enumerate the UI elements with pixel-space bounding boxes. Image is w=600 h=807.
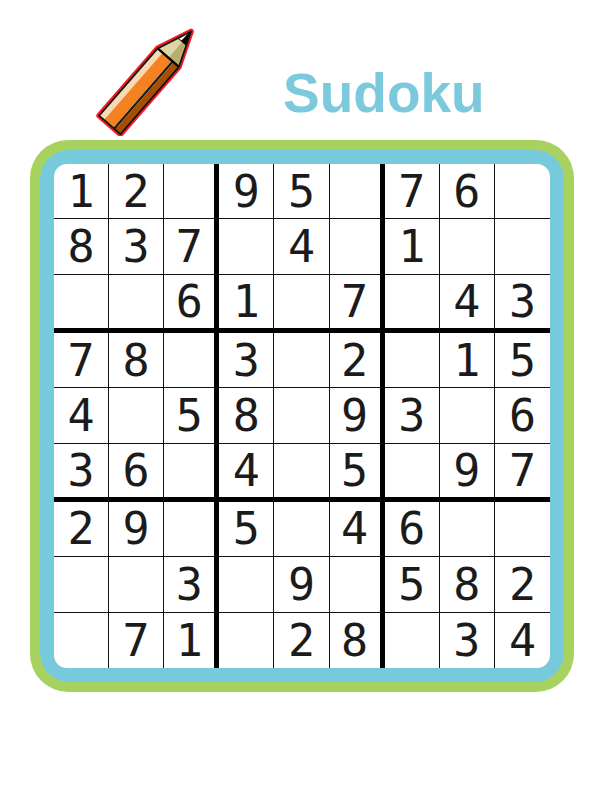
cell-r1c6[interactable]	[330, 164, 385, 219]
cell-r4c2[interactable]: 8	[109, 333, 164, 388]
cell-r7c9[interactable]	[495, 502, 550, 557]
cell-r2c6[interactable]	[330, 219, 385, 274]
cell-r3c9[interactable]: 3	[495, 275, 550, 333]
cell-r6c6[interactable]: 5	[330, 444, 385, 502]
cell-r4c5[interactable]	[274, 333, 329, 388]
cell-r3c8[interactable]: 4	[440, 275, 495, 333]
sudoku-board-frame: 1295768374161743783215458936364597295463…	[30, 140, 574, 692]
cell-r1c5[interactable]: 5	[274, 164, 329, 219]
cell-r5c8[interactable]	[440, 388, 495, 443]
cell-r1c9[interactable]	[495, 164, 550, 219]
cell-r2c3[interactable]: 7	[164, 219, 219, 274]
cell-r1c7[interactable]: 7	[385, 164, 440, 219]
cell-r7c8[interactable]	[440, 502, 495, 557]
cell-r5c2[interactable]	[109, 388, 164, 443]
cell-r9c3[interactable]: 1	[164, 613, 219, 668]
cell-r2c1[interactable]: 8	[54, 219, 109, 274]
cell-r8c4[interactable]	[219, 557, 274, 612]
cell-r5c4[interactable]: 8	[219, 388, 274, 443]
cell-r3c6[interactable]: 7	[330, 275, 385, 333]
cell-r8c3[interactable]: 3	[164, 557, 219, 612]
cell-r7c6[interactable]: 4	[330, 502, 385, 557]
sudoku-grid: 1295768374161743783215458936364597295463…	[54, 164, 550, 668]
cell-r1c8[interactable]: 6	[440, 164, 495, 219]
cell-r9c7[interactable]	[385, 613, 440, 668]
cell-r4c1[interactable]: 7	[54, 333, 109, 388]
cell-r9c2[interactable]: 7	[109, 613, 164, 668]
cell-r7c4[interactable]: 5	[219, 502, 274, 557]
cell-r8c5[interactable]: 9	[274, 557, 329, 612]
cell-r7c7[interactable]: 6	[385, 502, 440, 557]
cell-r4c6[interactable]: 2	[330, 333, 385, 388]
cell-r8c6[interactable]	[330, 557, 385, 612]
cell-r2c2[interactable]: 3	[109, 219, 164, 274]
cell-r7c1[interactable]: 2	[54, 502, 109, 557]
cell-r9c6[interactable]: 8	[330, 613, 385, 668]
cell-r3c5[interactable]	[274, 275, 329, 333]
cell-r5c5[interactable]	[274, 388, 329, 443]
cell-r8c7[interactable]: 5	[385, 557, 440, 612]
cell-r5c6[interactable]: 9	[330, 388, 385, 443]
cell-r6c2[interactable]: 6	[109, 444, 164, 502]
cell-r6c9[interactable]: 7	[495, 444, 550, 502]
cell-r9c5[interactable]: 2	[274, 613, 329, 668]
cell-r9c8[interactable]: 3	[440, 613, 495, 668]
pencil-icon	[96, 28, 196, 136]
cell-r8c9[interactable]: 2	[495, 557, 550, 612]
cell-r4c7[interactable]	[385, 333, 440, 388]
cell-r4c3[interactable]	[164, 333, 219, 388]
cell-r7c3[interactable]	[164, 502, 219, 557]
cell-r2c7[interactable]: 1	[385, 219, 440, 274]
cell-r6c1[interactable]: 3	[54, 444, 109, 502]
cell-r3c4[interactable]: 1	[219, 275, 274, 333]
cell-r8c8[interactable]: 8	[440, 557, 495, 612]
worksheet-page: Sudoku 129576837416174378321545893636459…	[0, 0, 600, 807]
cell-r6c3[interactable]	[164, 444, 219, 502]
cell-r5c7[interactable]: 3	[385, 388, 440, 443]
cell-r3c1[interactable]	[54, 275, 109, 333]
cell-r1c2[interactable]: 2	[109, 164, 164, 219]
cell-r4c9[interactable]: 5	[495, 333, 550, 388]
cell-r2c8[interactable]	[440, 219, 495, 274]
cell-r4c8[interactable]: 1	[440, 333, 495, 388]
cell-r6c4[interactable]: 4	[219, 444, 274, 502]
cell-r7c5[interactable]	[274, 502, 329, 557]
cell-r4c4[interactable]: 3	[219, 333, 274, 388]
cell-r9c1[interactable]	[54, 613, 109, 668]
cell-r3c3[interactable]: 6	[164, 275, 219, 333]
cell-r5c3[interactable]: 5	[164, 388, 219, 443]
cell-r5c1[interactable]: 4	[54, 388, 109, 443]
cell-r1c4[interactable]: 9	[219, 164, 274, 219]
cell-r3c7[interactable]	[385, 275, 440, 333]
cell-r6c8[interactable]: 9	[440, 444, 495, 502]
cell-r8c1[interactable]	[54, 557, 109, 612]
cell-r5c9[interactable]: 6	[495, 388, 550, 443]
cell-r1c3[interactable]	[164, 164, 219, 219]
cell-r9c4[interactable]	[219, 613, 274, 668]
cell-r6c5[interactable]	[274, 444, 329, 502]
cell-r9c9[interactable]: 4	[495, 613, 550, 668]
cell-r7c2[interactable]: 9	[109, 502, 164, 557]
cell-r2c5[interactable]: 4	[274, 219, 329, 274]
cell-r6c7[interactable]	[385, 444, 440, 502]
cell-r2c4[interactable]	[219, 219, 274, 274]
page-title: Sudoku	[283, 66, 485, 121]
board-inner-frame: 1295768374161743783215458936364597295463…	[40, 150, 564, 682]
cell-r1c1[interactable]: 1	[54, 164, 109, 219]
cell-r8c2[interactable]	[109, 557, 164, 612]
cell-r2c9[interactable]	[495, 219, 550, 274]
cell-r3c2[interactable]	[109, 275, 164, 333]
